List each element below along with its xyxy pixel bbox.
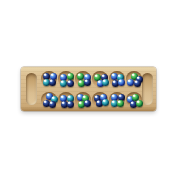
- pit-top-4[interactable]: [92, 71, 108, 87]
- pit-top-5[interactable]: [109, 71, 125, 87]
- pit-bottom-3[interactable]: [75, 92, 91, 108]
- navy-bead: [84, 100, 91, 107]
- green-bead: [136, 100, 143, 107]
- mancala-board-photo: [0, 0, 180, 180]
- navy-bead: [67, 101, 74, 108]
- pit-bottom-5[interactable]: [109, 92, 125, 108]
- green-bead: [67, 73, 74, 80]
- pit-top-3[interactable]: [75, 71, 91, 87]
- green-bead: [77, 73, 84, 80]
- teal-bead: [60, 80, 67, 87]
- pit-top-6[interactable]: [126, 71, 142, 87]
- teal-bead: [102, 99, 109, 106]
- pit-top-1[interactable]: [41, 71, 57, 87]
- left-store: [26, 73, 37, 105]
- cobalt-bead: [118, 79, 125, 86]
- pit-bottom-6[interactable]: [126, 92, 142, 108]
- pit-bottom-2[interactable]: [58, 92, 74, 108]
- navy-bead: [67, 80, 74, 87]
- pit-top-2[interactable]: [58, 71, 74, 87]
- navy-bead: [49, 101, 56, 108]
- teal-bead: [102, 79, 109, 86]
- pit-bottom-1[interactable]: [41, 92, 57, 108]
- mancala-board: [21, 67, 156, 111]
- navy-bead: [49, 79, 56, 86]
- right-store: [142, 73, 153, 105]
- navy-bead: [134, 80, 141, 87]
- pit-bottom-4[interactable]: [92, 92, 108, 108]
- navy-bead: [84, 79, 91, 86]
- green-bead: [117, 100, 124, 107]
